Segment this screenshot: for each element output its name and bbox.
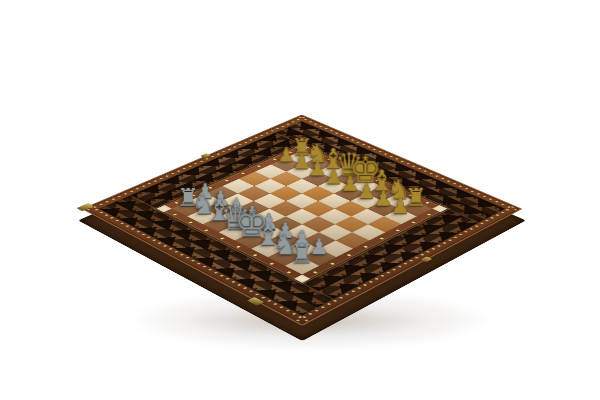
gold-pawn[interactable]: ♟ — [391, 196, 410, 217]
product-photo-scene: ♜♞♝♛♚♝♞♜♟♟♟♟♟♟♟♟♟♟♟♟♟♟♟♟♜♞♝♛♚♝♞♜ — [0, 0, 600, 400]
chess-case: ♜♞♝♛♚♝♞♜♟♟♟♟♟♟♟♟♟♟♟♟♟♟♟♟♜♞♝♛♚♝♞♜ — [81, 115, 522, 327]
perspective-wrapper: ♜♞♝♛♚♝♞♜♟♟♟♟♟♟♟♟♟♟♟♟♟♟♟♟♜♞♝♛♚♝♞♜ — [0, 0, 600, 400]
gold-pawn[interactable]: ♟ — [374, 188, 393, 209]
silver-rook[interactable]: ♜ — [290, 240, 314, 266]
